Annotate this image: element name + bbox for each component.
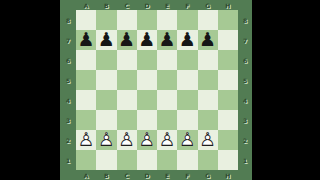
square-e5[interactable] xyxy=(157,70,177,90)
square-g1[interactable] xyxy=(198,150,218,170)
square-a3[interactable] xyxy=(76,110,96,130)
file-label-e: E xyxy=(157,0,177,10)
square-a6[interactable] xyxy=(76,50,96,70)
rank-label-5: 5 xyxy=(238,70,252,90)
file-label-a: A xyxy=(76,170,96,180)
square-g4[interactable] xyxy=(198,90,218,110)
file-label-f: F xyxy=(177,0,197,10)
square-h2[interactable] xyxy=(218,130,238,150)
square-f2[interactable]: ♟♙ xyxy=(177,130,197,150)
rank-labels-left: 87654321 xyxy=(60,10,76,170)
square-c4[interactable] xyxy=(117,90,137,110)
square-f7[interactable]: ♟ xyxy=(177,30,197,50)
board-grid: ♟♟♟♟♟♟♟♟♙♟♙♟♙♟♙♟♙♟♙♟♙ xyxy=(76,10,238,170)
square-g8[interactable] xyxy=(198,10,218,30)
square-f8[interactable] xyxy=(177,10,197,30)
square-b7[interactable]: ♟ xyxy=(96,30,116,50)
square-a8[interactable] xyxy=(76,10,96,30)
file-label-a: A xyxy=(76,0,96,10)
rank-label-6: 6 xyxy=(60,50,76,70)
white-pawn[interactable]: ♙ xyxy=(177,129,197,149)
square-f5[interactable] xyxy=(177,70,197,90)
square-g5[interactable] xyxy=(198,70,218,90)
square-d1[interactable] xyxy=(137,150,157,170)
white-pawn[interactable]: ♙ xyxy=(117,129,137,149)
square-b2[interactable]: ♟♙ xyxy=(96,130,116,150)
rank-label-7: 7 xyxy=(60,30,76,50)
square-b3[interactable] xyxy=(96,110,116,130)
square-h8[interactable] xyxy=(218,10,238,30)
square-a1[interactable] xyxy=(76,150,96,170)
white-pawn[interactable]: ♙ xyxy=(76,129,96,149)
square-b1[interactable] xyxy=(96,150,116,170)
square-b5[interactable] xyxy=(96,70,116,90)
square-e7[interactable]: ♟ xyxy=(157,30,177,50)
square-c3[interactable] xyxy=(117,110,137,130)
square-e2[interactable]: ♟♙ xyxy=(157,130,177,150)
file-label-d: D xyxy=(137,0,157,10)
square-e4[interactable] xyxy=(157,90,177,110)
square-b8[interactable] xyxy=(96,10,116,30)
square-g6[interactable] xyxy=(198,50,218,70)
rank-label-1: 1 xyxy=(60,150,76,170)
rank-label-8: 8 xyxy=(238,10,252,30)
black-pawn[interactable]: ♟ xyxy=(198,29,218,49)
file-label-f: F xyxy=(177,170,197,180)
square-e8[interactable] xyxy=(157,10,177,30)
rank-label-2: 2 xyxy=(238,130,252,150)
square-h7[interactable] xyxy=(218,30,238,50)
rank-label-8: 8 xyxy=(60,10,76,30)
square-g7[interactable]: ♟ xyxy=(198,30,218,50)
square-g3[interactable] xyxy=(198,110,218,130)
square-d8[interactable] xyxy=(137,10,157,30)
square-f4[interactable] xyxy=(177,90,197,110)
rank-labels-right: 87654321 xyxy=(238,10,252,170)
square-h1[interactable] xyxy=(218,150,238,170)
square-e1[interactable] xyxy=(157,150,177,170)
rank-label-1: 1 xyxy=(238,150,252,170)
black-pawn[interactable]: ♟ xyxy=(157,29,177,49)
file-label-e: E xyxy=(157,170,177,180)
square-c7[interactable]: ♟ xyxy=(117,30,137,50)
rank-label-4: 4 xyxy=(238,90,252,110)
black-pawn[interactable]: ♟ xyxy=(96,29,116,49)
square-d7[interactable]: ♟ xyxy=(137,30,157,50)
white-pawn-fill: ♟ xyxy=(137,129,157,149)
rank-label-7: 7 xyxy=(238,30,252,50)
black-pawn[interactable]: ♟ xyxy=(76,29,96,49)
square-a2[interactable]: ♟♙ xyxy=(76,130,96,150)
square-c2[interactable]: ♟♙ xyxy=(117,130,137,150)
rank-label-6: 6 xyxy=(238,50,252,70)
file-labels-top: ABCDEFGH xyxy=(76,0,238,10)
square-c8[interactable] xyxy=(117,10,137,30)
square-d6[interactable] xyxy=(137,50,157,70)
square-d5[interactable] xyxy=(137,70,157,90)
square-e3[interactable] xyxy=(157,110,177,130)
white-pawn[interactable]: ♙ xyxy=(137,129,157,149)
file-labels-bottom: ABCDEFGH xyxy=(76,170,238,180)
white-pawn-fill: ♟ xyxy=(198,129,218,149)
rank-label-4: 4 xyxy=(60,90,76,110)
file-label-b: B xyxy=(96,170,116,180)
white-pawn-fill: ♟ xyxy=(96,129,116,149)
white-pawn-fill: ♟ xyxy=(117,129,137,149)
square-f3[interactable] xyxy=(177,110,197,130)
rank-label-2: 2 xyxy=(60,130,76,150)
black-pawn[interactable]: ♟ xyxy=(137,29,157,49)
white-pawn[interactable]: ♙ xyxy=(198,129,218,149)
file-label-c: C xyxy=(117,170,137,180)
square-g2[interactable]: ♟♙ xyxy=(198,130,218,150)
chess-board: ABCDEFGH 87654321 87654321 ABCDEFGH ♟♟♟♟… xyxy=(60,0,252,180)
white-pawn[interactable]: ♙ xyxy=(157,129,177,149)
square-h3[interactable] xyxy=(218,110,238,130)
square-b4[interactable] xyxy=(96,90,116,110)
white-pawn[interactable]: ♙ xyxy=(96,129,116,149)
file-label-d: D xyxy=(137,170,157,180)
file-label-c: C xyxy=(117,0,137,10)
file-label-g: G xyxy=(198,170,218,180)
square-f1[interactable] xyxy=(177,150,197,170)
square-a5[interactable] xyxy=(76,70,96,90)
rank-label-3: 3 xyxy=(60,110,76,130)
square-h5[interactable] xyxy=(218,70,238,90)
file-label-g: G xyxy=(198,0,218,10)
black-pawn[interactable]: ♟ xyxy=(117,29,137,49)
square-e6[interactable] xyxy=(157,50,177,70)
black-pawn[interactable]: ♟ xyxy=(177,29,197,49)
video-frame: ABCDEFGH 87654321 87654321 ABCDEFGH ♟♟♟♟… xyxy=(0,0,320,180)
square-b6[interactable] xyxy=(96,50,116,70)
rank-label-5: 5 xyxy=(60,70,76,90)
square-c6[interactable] xyxy=(117,50,137,70)
square-c5[interactable] xyxy=(117,70,137,90)
file-label-h: H xyxy=(218,170,238,180)
square-d3[interactable] xyxy=(137,110,157,130)
file-label-h: H xyxy=(218,0,238,10)
square-h4[interactable] xyxy=(218,90,238,110)
square-a7[interactable]: ♟ xyxy=(76,30,96,50)
white-pawn-fill: ♟ xyxy=(157,129,177,149)
rank-label-3: 3 xyxy=(238,110,252,130)
white-pawn-fill: ♟ xyxy=(177,129,197,149)
file-label-b: B xyxy=(96,0,116,10)
square-a4[interactable] xyxy=(76,90,96,110)
square-h6[interactable] xyxy=(218,50,238,70)
square-c1[interactable] xyxy=(117,150,137,170)
square-f6[interactable] xyxy=(177,50,197,70)
square-d2[interactable]: ♟♙ xyxy=(137,130,157,150)
white-pawn-fill: ♟ xyxy=(76,129,96,149)
square-d4[interactable] xyxy=(137,90,157,110)
